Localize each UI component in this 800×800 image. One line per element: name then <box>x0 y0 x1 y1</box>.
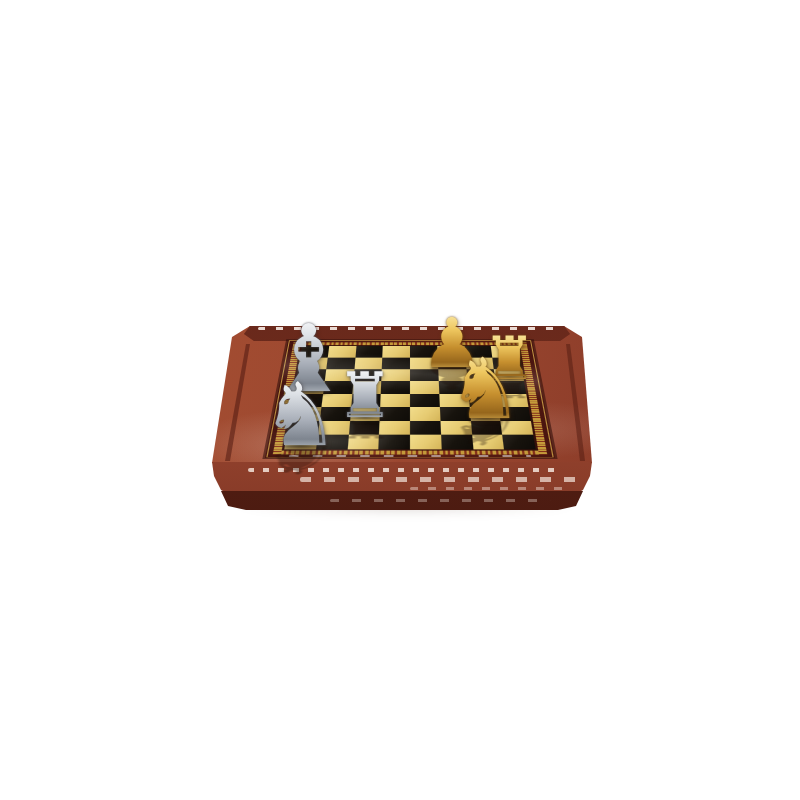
miniature-chess-set: ♝♝♜♜♞♞♟♟♜♜♞♞ <box>0 0 800 800</box>
square-c1 <box>347 435 379 450</box>
square-d1 <box>379 435 410 450</box>
square-e1 <box>410 435 441 450</box>
square-e4 <box>410 394 440 407</box>
frame-base-gloss-highlight <box>330 499 550 502</box>
piece-gold-knight-g3[interactable]: ♞ <box>447 347 523 431</box>
square-e2 <box>410 421 441 435</box>
frame-front-gloss-highlight <box>410 487 570 490</box>
square-e3 <box>410 407 440 421</box>
piece-silver-knight-a1[interactable]: ♞ <box>261 372 340 460</box>
frame-front-gloss-highlight <box>248 468 560 472</box>
frame-front-gloss-highlight <box>300 477 580 482</box>
square-d8 <box>383 346 410 357</box>
piece-silver-rook-c3[interactable]: ♜ <box>337 365 393 428</box>
square-c8 <box>355 346 383 357</box>
square-e5 <box>410 381 439 394</box>
